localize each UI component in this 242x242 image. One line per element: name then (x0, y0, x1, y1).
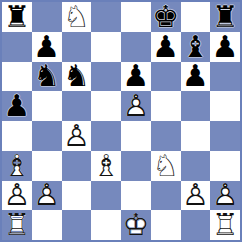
square-e8[interactable] (121, 2, 151, 32)
black-rook-icon[interactable]: ♜ (2, 2, 32, 32)
black-pawn-icon[interactable]: ♟ (181, 62, 211, 92)
white-pawn-icon[interactable]: ♟♙ (210, 181, 240, 211)
square-a7[interactable] (2, 32, 32, 62)
square-h6[interactable] (210, 62, 240, 92)
piece-fill: ♟ (210, 32, 240, 62)
square-f4[interactable] (151, 121, 181, 151)
piece-fill: ♟ (210, 181, 240, 211)
piece-fill: ♜ (210, 210, 240, 240)
piece-outline: ♗ (2, 151, 32, 181)
square-d7[interactable] (91, 32, 121, 62)
square-e3[interactable] (121, 151, 151, 181)
square-e5[interactable]: ♟♙ (121, 91, 151, 121)
piece-fill: ♜ (2, 2, 32, 32)
black-pawn-icon[interactable]: ♟ (2, 91, 32, 121)
square-f3[interactable]: ♞♘ (151, 151, 181, 181)
piece-outline: ♘ (151, 151, 181, 181)
square-f1[interactable] (151, 210, 181, 240)
square-e6[interactable]: ♟ (121, 62, 151, 92)
square-a5[interactable]: ♟ (2, 91, 32, 121)
square-f7[interactable]: ♟ (151, 32, 181, 62)
square-d5[interactable] (91, 91, 121, 121)
square-b8[interactable] (32, 2, 62, 32)
black-pawn-icon[interactable]: ♟ (151, 32, 181, 62)
square-e4[interactable] (121, 121, 151, 151)
square-g1[interactable] (181, 210, 211, 240)
piece-fill: ♟ (32, 32, 62, 62)
piece-outline: ♙ (121, 91, 151, 121)
piece-fill: ♞ (151, 151, 181, 181)
white-bishop-icon[interactable]: ♝♗ (91, 151, 121, 181)
black-bishop-icon[interactable]: ♝ (181, 32, 211, 62)
black-pawn-icon[interactable]: ♟ (121, 62, 151, 92)
square-e7[interactable] (121, 32, 151, 62)
square-d3[interactable]: ♝♗ (91, 151, 121, 181)
square-b2[interactable]: ♟♙ (32, 181, 62, 211)
piece-outline: ♘ (62, 2, 92, 32)
piece-fill: ♟ (181, 181, 211, 211)
square-h7[interactable]: ♟ (210, 32, 240, 62)
piece-outline: ♙ (2, 181, 32, 211)
piece-outline: ♖ (2, 210, 32, 240)
black-king-icon[interactable]: ♚ (151, 2, 181, 32)
piece-fill: ♜ (210, 2, 240, 32)
piece-fill: ♟ (32, 181, 62, 211)
square-h8[interactable]: ♜ (210, 2, 240, 32)
white-rook-icon[interactable]: ♜♖ (210, 210, 240, 240)
white-pawn-icon[interactable]: ♟♙ (2, 181, 32, 211)
piece-outline: ♙ (210, 181, 240, 211)
square-a2[interactable]: ♟♙ (2, 181, 32, 211)
square-b4[interactable] (32, 121, 62, 151)
piece-outline: ♖ (210, 210, 240, 240)
square-b3[interactable] (32, 151, 62, 181)
square-c6[interactable]: ♞ (62, 62, 92, 92)
square-g7[interactable]: ♝ (181, 32, 211, 62)
square-g5[interactable] (181, 91, 211, 121)
square-g4[interactable] (181, 121, 211, 151)
piece-fill: ♟ (151, 32, 181, 62)
white-pawn-icon[interactable]: ♟♙ (181, 181, 211, 211)
piece-fill: ♟ (121, 62, 151, 92)
square-f6[interactable] (151, 62, 181, 92)
square-b6[interactable]: ♞ (32, 62, 62, 92)
square-f8[interactable]: ♚ (151, 2, 181, 32)
square-d2[interactable] (91, 181, 121, 211)
chess-board: ♜♞♘♚♜♟♟♝♟♞♞♟♟♟♟♙♟♙♝♗♝♗♞♘♟♙♟♙♟♙♟♙♜♖♚♔♜♖ (0, 0, 242, 242)
white-rook-icon[interactable]: ♜♖ (2, 210, 32, 240)
square-g6[interactable]: ♟ (181, 62, 211, 92)
square-c2[interactable] (62, 181, 92, 211)
square-h3[interactable] (210, 151, 240, 181)
piece-fill: ♟ (2, 91, 32, 121)
square-c1[interactable] (62, 210, 92, 240)
square-e2[interactable] (121, 181, 151, 211)
square-h5[interactable] (210, 91, 240, 121)
square-h2[interactable]: ♟♙ (210, 181, 240, 211)
square-c4[interactable]: ♟♙ (62, 121, 92, 151)
square-d8[interactable] (91, 2, 121, 32)
piece-outline: ♙ (181, 181, 211, 211)
piece-outline: ♙ (62, 121, 92, 151)
square-f2[interactable] (151, 181, 181, 211)
square-h4[interactable] (210, 121, 240, 151)
square-e1[interactable]: ♚♔ (121, 210, 151, 240)
square-d4[interactable] (91, 121, 121, 151)
square-c5[interactable] (62, 91, 92, 121)
piece-fill: ♝ (2, 151, 32, 181)
black-pawn-icon[interactable]: ♟ (210, 32, 240, 62)
square-d1[interactable] (91, 210, 121, 240)
square-f5[interactable] (151, 91, 181, 121)
piece-fill: ♟ (62, 121, 92, 151)
white-pawn-icon[interactable]: ♟♙ (62, 121, 92, 151)
black-knight-icon[interactable]: ♞ (32, 62, 62, 92)
square-h1[interactable]: ♜♖ (210, 210, 240, 240)
white-king-icon[interactable]: ♚♔ (121, 210, 151, 240)
black-pawn-icon[interactable]: ♟ (32, 32, 62, 62)
piece-fill: ♝ (91, 151, 121, 181)
white-bishop-icon[interactable]: ♝♗ (2, 151, 32, 181)
piece-fill: ♞ (62, 62, 92, 92)
white-pawn-icon[interactable]: ♟♙ (32, 181, 62, 211)
square-a3[interactable]: ♝♗ (2, 151, 32, 181)
square-b7[interactable]: ♟ (32, 32, 62, 62)
white-pawn-icon[interactable]: ♟♙ (121, 91, 151, 121)
black-knight-icon[interactable]: ♞ (62, 62, 92, 92)
piece-fill: ♟ (181, 62, 211, 92)
piece-fill: ♚ (121, 210, 151, 240)
white-knight-icon[interactable]: ♞♘ (62, 2, 92, 32)
white-knight-icon[interactable]: ♞♘ (151, 151, 181, 181)
square-b5[interactable] (32, 91, 62, 121)
square-g2[interactable]: ♟♙ (181, 181, 211, 211)
piece-fill: ♚ (151, 2, 181, 32)
square-a6[interactable] (2, 62, 32, 92)
black-rook-icon[interactable]: ♜ (210, 2, 240, 32)
square-c3[interactable] (62, 151, 92, 181)
piece-fill: ♜ (2, 210, 32, 240)
square-d6[interactable] (91, 62, 121, 92)
piece-outline: ♗ (91, 151, 121, 181)
square-c7[interactable] (62, 32, 92, 62)
square-a1[interactable]: ♜♖ (2, 210, 32, 240)
piece-fill: ♟ (121, 91, 151, 121)
piece-fill: ♞ (62, 2, 92, 32)
piece-fill: ♟ (2, 181, 32, 211)
square-c8[interactable]: ♞♘ (62, 2, 92, 32)
piece-fill: ♞ (32, 62, 62, 92)
square-g3[interactable] (181, 151, 211, 181)
square-b1[interactable] (32, 210, 62, 240)
piece-outline: ♙ (32, 181, 62, 211)
square-a8[interactable]: ♜ (2, 2, 32, 32)
piece-outline: ♔ (121, 210, 151, 240)
piece-fill: ♝ (181, 32, 211, 62)
square-a4[interactable] (2, 121, 32, 151)
square-g8[interactable] (181, 2, 211, 32)
